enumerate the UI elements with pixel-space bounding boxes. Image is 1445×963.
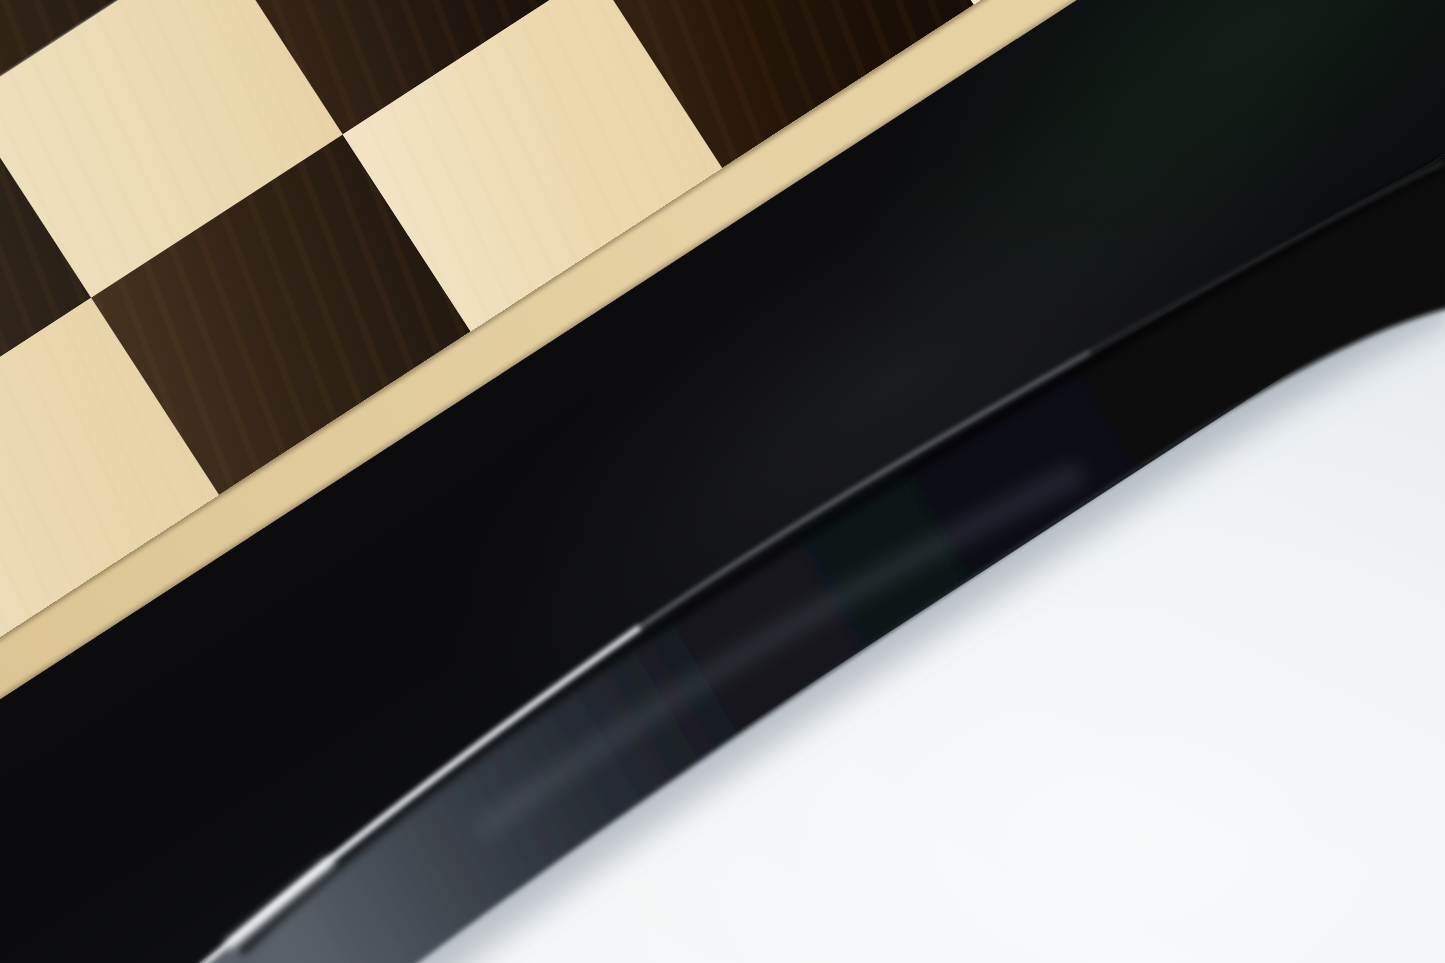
silhouette-shadow (400, 292, 1445, 963)
photo-stage (0, 0, 1445, 963)
board-edge-overlay (0, 0, 1445, 963)
board-side-face (195, 152, 1445, 963)
